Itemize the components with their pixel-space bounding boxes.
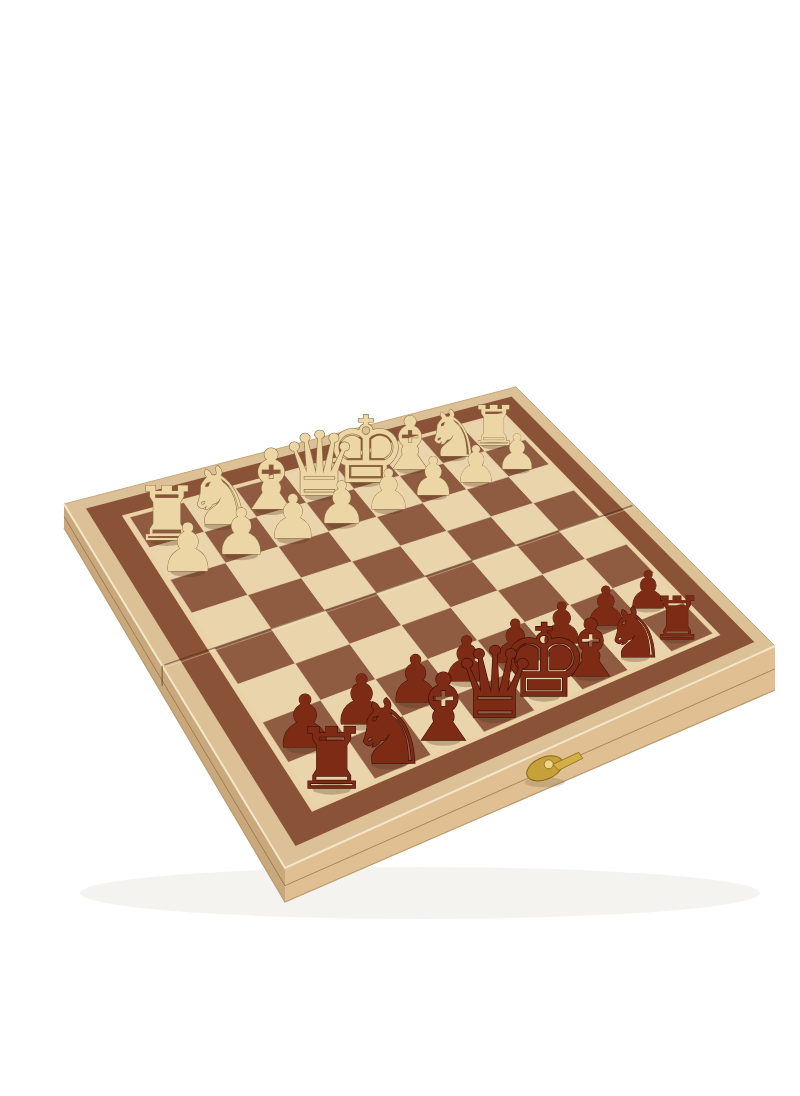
clasp-knob: [544, 760, 553, 769]
ground-shadow: [80, 867, 760, 919]
white-pawn-f2: ♟: [410, 446, 457, 507]
white-pawn-g2: ♟: [453, 435, 498, 494]
white-pawn-h2: ♟: [495, 424, 539, 480]
chess-board: ♜♞♝♟♚♟♛♟♝♟♞♟♟♜♟♟♟♟♜♟♞♟♝♟♚♟♛♟♝♟♞♜: [0, 0, 800, 1096]
white-pawn-b2: ♟: [213, 495, 270, 569]
white-pawn-e2: ♟: [364, 458, 414, 522]
white-pawn-a2: ♟: [158, 509, 218, 587]
white-pawn-d2: ♟: [316, 469, 368, 537]
white-pawn-c2: ♟: [266, 482, 320, 552]
product-photo: ♜♞♝♟♚♟♛♟♝♟♞♟♟♜♟♟♟♟♜♟♞♟♝♟♚♟♛♟♝♟♞♜: [0, 0, 800, 1096]
black-rook-a8: ♜: [294, 710, 370, 808]
